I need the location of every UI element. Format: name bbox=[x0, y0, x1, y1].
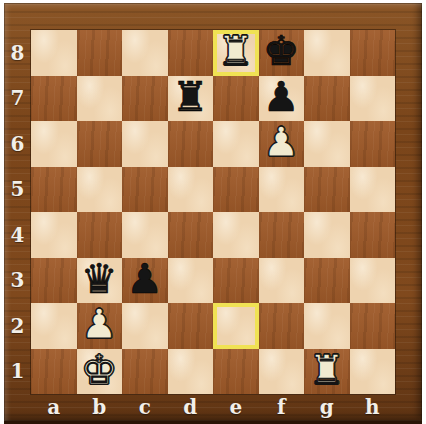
square-b2[interactable]: ♟ bbox=[77, 303, 123, 349]
square-a7[interactable] bbox=[31, 76, 77, 122]
square-h4[interactable] bbox=[350, 212, 396, 258]
board-frame: ♜♚♜♟♟♛♟♟♚♜ 87654321 abcdefgh bbox=[4, 3, 422, 424]
file-label-g: g bbox=[304, 394, 350, 420]
square-g2[interactable] bbox=[304, 303, 350, 349]
square-f6[interactable]: ♟ bbox=[259, 121, 305, 167]
rank-label-7: 7 bbox=[4, 76, 31, 122]
piece-black-king[interactable]: ♚ bbox=[263, 30, 300, 74]
square-h8[interactable] bbox=[350, 30, 396, 76]
square-a3[interactable] bbox=[31, 258, 77, 304]
file-label-c: c bbox=[122, 394, 168, 420]
square-f4[interactable] bbox=[259, 212, 305, 258]
piece-white-rook[interactable]: ♜ bbox=[308, 349, 345, 393]
square-e8[interactable]: ♜ bbox=[213, 30, 259, 76]
square-e5[interactable] bbox=[213, 167, 259, 213]
square-g8[interactable] bbox=[304, 30, 350, 76]
square-h3[interactable] bbox=[350, 258, 396, 304]
square-f1[interactable] bbox=[259, 349, 305, 395]
square-a5[interactable] bbox=[31, 167, 77, 213]
square-c7[interactable] bbox=[122, 76, 168, 122]
square-c3[interactable]: ♟ bbox=[122, 258, 168, 304]
square-f3[interactable] bbox=[259, 258, 305, 304]
square-g6[interactable] bbox=[304, 121, 350, 167]
rank-label-5: 5 bbox=[4, 167, 31, 213]
piece-white-pawn[interactable]: ♟ bbox=[263, 121, 300, 165]
square-h1[interactable] bbox=[350, 349, 396, 395]
rank-label-1: 1 bbox=[4, 349, 31, 395]
piece-white-king[interactable]: ♚ bbox=[81, 349, 118, 393]
file-label-f: f bbox=[259, 394, 305, 420]
piece-black-pawn[interactable]: ♟ bbox=[263, 76, 300, 120]
square-e2[interactable] bbox=[213, 303, 259, 349]
square-b8[interactable] bbox=[77, 30, 123, 76]
square-c6[interactable] bbox=[122, 121, 168, 167]
square-f2[interactable] bbox=[259, 303, 305, 349]
square-g1[interactable]: ♜ bbox=[304, 349, 350, 395]
rank-label-2: 2 bbox=[4, 303, 31, 349]
piece-black-queen[interactable]: ♛ bbox=[81, 258, 118, 302]
file-label-d: d bbox=[168, 394, 214, 420]
rank-label-3: 3 bbox=[4, 258, 31, 304]
file-label-a: a bbox=[31, 394, 77, 420]
square-d4[interactable] bbox=[168, 212, 214, 258]
square-d7[interactable]: ♜ bbox=[168, 76, 214, 122]
chess-app-window: ♜♚♜♟♟♛♟♟♚♜ 87654321 abcdefgh bbox=[0, 0, 426, 424]
square-g7[interactable] bbox=[304, 76, 350, 122]
square-f8[interactable]: ♚ bbox=[259, 30, 305, 76]
square-d2[interactable] bbox=[168, 303, 214, 349]
square-a6[interactable] bbox=[31, 121, 77, 167]
file-label-h: h bbox=[350, 394, 396, 420]
square-b1[interactable]: ♚ bbox=[77, 349, 123, 395]
square-c4[interactable] bbox=[122, 212, 168, 258]
square-g3[interactable] bbox=[304, 258, 350, 304]
piece-black-rook[interactable]: ♜ bbox=[172, 76, 209, 120]
piece-white-pawn[interactable]: ♟ bbox=[81, 303, 118, 347]
square-a4[interactable] bbox=[31, 212, 77, 258]
square-e6[interactable] bbox=[213, 121, 259, 167]
square-e4[interactable] bbox=[213, 212, 259, 258]
square-a8[interactable] bbox=[31, 30, 77, 76]
square-c8[interactable] bbox=[122, 30, 168, 76]
square-b5[interactable] bbox=[77, 167, 123, 213]
square-e1[interactable] bbox=[213, 349, 259, 395]
square-h5[interactable] bbox=[350, 167, 396, 213]
square-c2[interactable] bbox=[122, 303, 168, 349]
rank-label-6: 6 bbox=[4, 121, 31, 167]
chess-board: ♜♚♜♟♟♛♟♟♚♜ bbox=[31, 30, 395, 394]
square-c5[interactable] bbox=[122, 167, 168, 213]
square-g5[interactable] bbox=[304, 167, 350, 213]
rank-label-8: 8 bbox=[4, 30, 31, 76]
square-h6[interactable] bbox=[350, 121, 396, 167]
square-b4[interactable] bbox=[77, 212, 123, 258]
file-label-b: b bbox=[77, 394, 123, 420]
square-d8[interactable] bbox=[168, 30, 214, 76]
square-e7[interactable] bbox=[213, 76, 259, 122]
square-f7[interactable]: ♟ bbox=[259, 76, 305, 122]
piece-black-pawn[interactable]: ♟ bbox=[126, 258, 163, 302]
rank-label-4: 4 bbox=[4, 212, 31, 258]
square-h2[interactable] bbox=[350, 303, 396, 349]
square-a1[interactable] bbox=[31, 349, 77, 395]
square-c1[interactable] bbox=[122, 349, 168, 395]
file-label-e: e bbox=[213, 394, 259, 420]
square-e3[interactable] bbox=[213, 258, 259, 304]
piece-white-rook[interactable]: ♜ bbox=[217, 30, 254, 74]
square-b3[interactable]: ♛ bbox=[77, 258, 123, 304]
square-a2[interactable] bbox=[31, 303, 77, 349]
square-d5[interactable] bbox=[168, 167, 214, 213]
square-g4[interactable] bbox=[304, 212, 350, 258]
square-f5[interactable] bbox=[259, 167, 305, 213]
square-b6[interactable] bbox=[77, 121, 123, 167]
square-d3[interactable] bbox=[168, 258, 214, 304]
square-d6[interactable] bbox=[168, 121, 214, 167]
square-h7[interactable] bbox=[350, 76, 396, 122]
square-d1[interactable] bbox=[168, 349, 214, 395]
square-b7[interactable] bbox=[77, 76, 123, 122]
